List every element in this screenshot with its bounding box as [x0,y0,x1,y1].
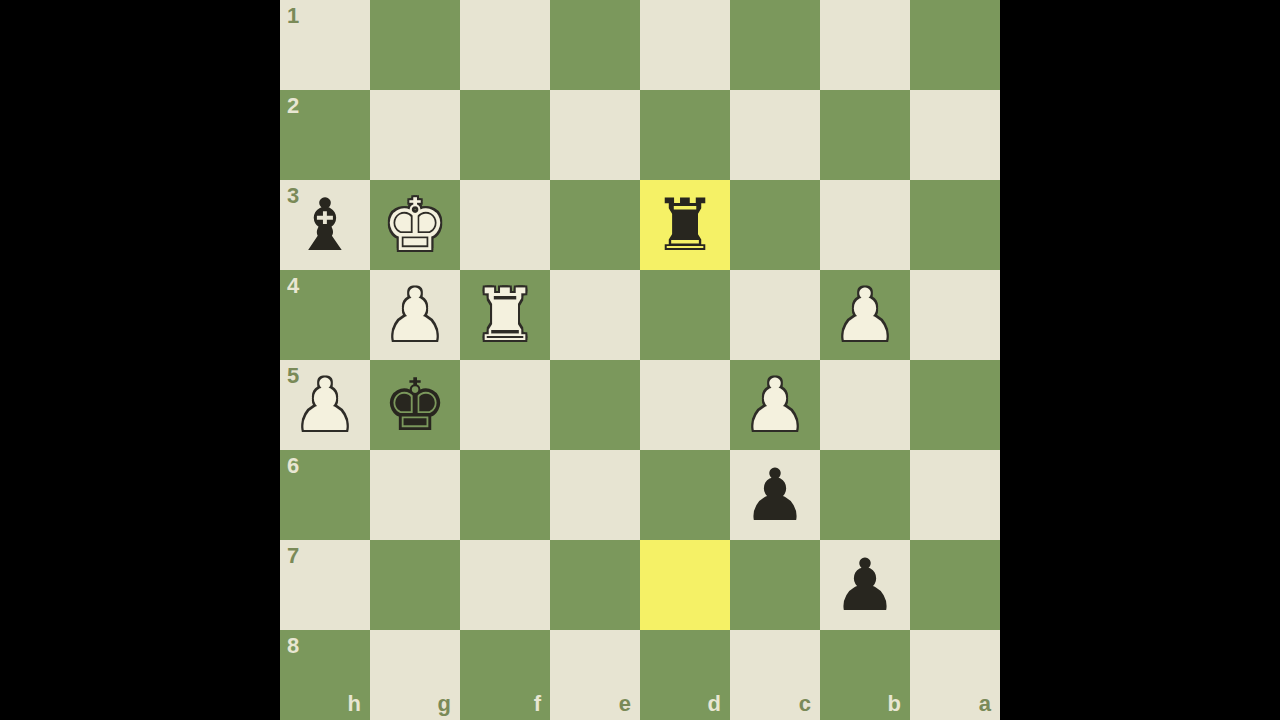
file-label-c: c [799,691,811,717]
square-f8[interactable]: f [460,630,550,720]
square-b4[interactable]: ♟ [820,270,910,360]
square-g2[interactable] [370,90,460,180]
file-label-h: h [348,691,361,717]
square-c2[interactable] [730,90,820,180]
white-pawn[interactable]: ♟ [730,360,820,450]
black-rook[interactable]: ♜ [640,180,730,270]
white-pawn[interactable]: ♟ [820,270,910,360]
square-g4[interactable]: ♟ [370,270,460,360]
square-c3[interactable] [730,180,820,270]
square-f7[interactable] [460,540,550,630]
square-h3[interactable]: 3♝ [280,180,370,270]
square-a1[interactable] [910,0,1000,90]
square-e6[interactable] [550,450,640,540]
square-a6[interactable] [910,450,1000,540]
square-e5[interactable] [550,360,640,450]
black-bishop[interactable]: ♝ [280,180,370,270]
white-pawn[interactable]: ♟ [280,360,370,450]
square-c5[interactable]: ♟ [730,360,820,450]
square-b7[interactable]: ♟ [820,540,910,630]
square-d2[interactable] [640,90,730,180]
square-b1[interactable] [820,0,910,90]
square-d6[interactable] [640,450,730,540]
rank-label-7: 7 [287,543,299,569]
square-e4[interactable] [550,270,640,360]
square-h7[interactable]: 7 [280,540,370,630]
chess-board: 123♝♚♜4♟♜♟5♟♚♟6♟7♟8hgfedcba [280,0,1000,720]
square-h8[interactable]: 8h [280,630,370,720]
rank-label-6: 6 [287,453,299,479]
rank-label-8: 8 [287,633,299,659]
square-b8[interactable]: b [820,630,910,720]
square-h6[interactable]: 6 [280,450,370,540]
square-a7[interactable] [910,540,1000,630]
square-b3[interactable] [820,180,910,270]
square-e3[interactable] [550,180,640,270]
square-a3[interactable] [910,180,1000,270]
square-d4[interactable] [640,270,730,360]
rank-label-2: 2 [287,93,299,119]
square-f4[interactable]: ♜ [460,270,550,360]
file-label-d: d [708,691,721,717]
square-d3[interactable]: ♜ [640,180,730,270]
file-label-b: b [888,691,901,717]
square-h5[interactable]: 5♟ [280,360,370,450]
square-f1[interactable] [460,0,550,90]
square-a8[interactable]: a [910,630,1000,720]
square-a2[interactable] [910,90,1000,180]
white-rook[interactable]: ♜ [460,270,550,360]
square-e2[interactable] [550,90,640,180]
square-b6[interactable] [820,450,910,540]
square-f6[interactable] [460,450,550,540]
rank-label-1: 1 [287,3,299,29]
square-d1[interactable] [640,0,730,90]
square-h1[interactable]: 1 [280,0,370,90]
square-e7[interactable] [550,540,640,630]
file-label-f: f [534,691,541,717]
black-king[interactable]: ♚ [370,360,460,450]
square-f3[interactable] [460,180,550,270]
file-label-e: e [619,691,631,717]
square-c7[interactable] [730,540,820,630]
square-f2[interactable] [460,90,550,180]
square-h2[interactable]: 2 [280,90,370,180]
white-pawn[interactable]: ♟ [370,270,460,360]
file-label-g: g [438,691,451,717]
square-c1[interactable] [730,0,820,90]
black-pawn[interactable]: ♟ [730,450,820,540]
square-e8[interactable]: e [550,630,640,720]
square-g6[interactable] [370,450,460,540]
square-g8[interactable]: g [370,630,460,720]
square-g1[interactable] [370,0,460,90]
white-king[interactable]: ♚ [370,180,460,270]
square-d5[interactable] [640,360,730,450]
square-d8[interactable]: d [640,630,730,720]
square-g7[interactable] [370,540,460,630]
square-c6[interactable]: ♟ [730,450,820,540]
square-c4[interactable] [730,270,820,360]
square-b2[interactable] [820,90,910,180]
square-g3[interactable]: ♚ [370,180,460,270]
square-a4[interactable] [910,270,1000,360]
square-d7[interactable] [640,540,730,630]
square-h4[interactable]: 4 [280,270,370,360]
rank-label-4: 4 [287,273,299,299]
square-f5[interactable] [460,360,550,450]
letterboxed-video-frame: 123♝♚♜4♟♜♟5♟♚♟6♟7♟8hgfedcba [0,0,1280,720]
square-e1[interactable] [550,0,640,90]
black-pawn[interactable]: ♟ [820,540,910,630]
square-c8[interactable]: c [730,630,820,720]
square-b5[interactable] [820,360,910,450]
square-g5[interactable]: ♚ [370,360,460,450]
square-a5[interactable] [910,360,1000,450]
file-label-a: a [979,691,991,717]
